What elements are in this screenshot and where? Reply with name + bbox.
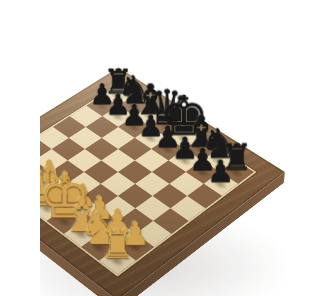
square-h7: ♟ [204, 172, 238, 196]
chess-board: ♜♞♝♛♚♝♞♜♟♟♟♟♟♟♟♟♟♟♟♟♟♟♟♟♜♞♝♛♚♝♞♜ [40, 68, 285, 296]
perspective-scene: ♜♞♝♛♚♝♞♜♟♟♟♟♟♟♟♟♟♟♟♟♟♟♟♟♜♞♝♛♚♝♞♜ [40, 16, 287, 296]
board-frame: ♜♞♝♛♚♝♞♜♟♟♟♟♟♟♟♟♟♟♟♟♟♟♟♟♜♞♝♛♚♝♞♜ [40, 68, 285, 296]
white-rook-h1: ♜ [80, 226, 156, 265]
board-squares: ♜♞♝♛♚♝♞♜♟♟♟♟♟♟♟♟♟♟♟♟♟♟♟♟♜♞♝♛♚♝♞♜ [40, 85, 254, 274]
square-h1: ♜ [99, 247, 136, 274]
black-pawn-h7: ♟ [185, 157, 256, 187]
chess-set-product-photo: Wooden Staunton chess set in the opening… [40, 16, 287, 296]
